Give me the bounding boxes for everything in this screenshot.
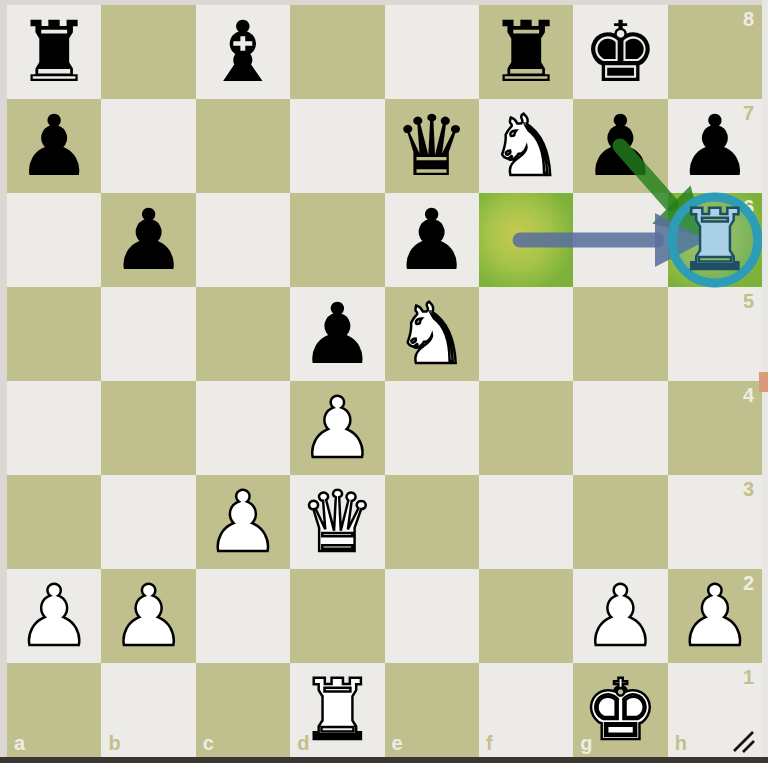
square-g7[interactable]: ♟ — [573, 99, 667, 193]
square-b7[interactable] — [101, 99, 195, 193]
white-pawn[interactable]: ♟ — [677, 574, 752, 658]
black-queen[interactable]: ♛ — [394, 104, 469, 188]
square-e4[interactable] — [385, 381, 479, 475]
square-d3[interactable]: ♛ — [290, 475, 384, 569]
rank-label-7: 7 — [743, 103, 754, 123]
square-g5[interactable] — [573, 287, 667, 381]
square-d8[interactable] — [290, 5, 384, 99]
square-d7[interactable] — [290, 99, 384, 193]
square-b3[interactable] — [101, 475, 195, 569]
square-h7[interactable]: ♟7 — [668, 99, 762, 193]
black-rook[interactable]: ♜ — [17, 10, 92, 94]
square-a7[interactable]: ♟ — [7, 99, 101, 193]
square-f6[interactable] — [479, 193, 573, 287]
square-c2[interactable] — [196, 569, 290, 663]
square-f3[interactable] — [479, 475, 573, 569]
square-a6[interactable] — [7, 193, 101, 287]
square-d4[interactable]: ♟ — [290, 381, 384, 475]
square-a4[interactable] — [7, 381, 101, 475]
black-rook[interactable]: ♜ — [488, 10, 563, 94]
square-c5[interactable] — [196, 287, 290, 381]
black-pawn[interactable]: ♟ — [300, 292, 375, 376]
resize-handle-icon[interactable] — [732, 730, 756, 754]
square-f5[interactable] — [479, 287, 573, 381]
rank-label-4: 4 — [743, 385, 754, 405]
square-g1[interactable]: ♚g — [573, 663, 667, 757]
square-h4[interactable]: 4 — [668, 381, 762, 475]
file-label-h: h — [675, 733, 687, 753]
file-label-b: b — [108, 733, 120, 753]
square-f8[interactable]: ♜ — [479, 5, 573, 99]
rank-label-5: 5 — [743, 291, 754, 311]
rank-label-8: 8 — [743, 9, 754, 29]
square-f1[interactable]: f — [479, 663, 573, 757]
square-c8[interactable]: ♝ — [196, 5, 290, 99]
square-e3[interactable] — [385, 475, 479, 569]
square-g8[interactable]: ♚ — [573, 5, 667, 99]
square-g4[interactable] — [573, 381, 667, 475]
white-queen[interactable]: ♛ — [300, 480, 375, 564]
black-pawn[interactable]: ♟ — [583, 104, 658, 188]
white-knight[interactable]: ♞ — [488, 104, 563, 188]
square-b2[interactable]: ♟ — [101, 569, 195, 663]
square-h8[interactable]: 8 — [668, 5, 762, 99]
square-e1[interactable]: e — [385, 663, 479, 757]
square-c4[interactable] — [196, 381, 290, 475]
white-pawn[interactable]: ♟ — [583, 574, 658, 658]
white-knight[interactable]: ♞ — [394, 292, 469, 376]
file-label-c: c — [203, 733, 214, 753]
square-b8[interactable] — [101, 5, 195, 99]
rank-label-1: 1 — [743, 667, 754, 687]
black-pawn[interactable]: ♟ — [17, 104, 92, 188]
white-pawn[interactable]: ♟ — [17, 574, 92, 658]
rank-label-3: 3 — [743, 479, 754, 499]
square-d5[interactable]: ♟ — [290, 287, 384, 381]
square-c6[interactable] — [196, 193, 290, 287]
square-b4[interactable] — [101, 381, 195, 475]
bottom-bar — [0, 757, 768, 763]
black-pawn[interactable]: ♟ — [677, 104, 752, 188]
scroll-marker[interactable] — [759, 372, 768, 392]
square-a2[interactable]: ♟ — [7, 569, 101, 663]
white-rook-hint[interactable]: ♜ — [677, 198, 752, 282]
file-label-f: f — [486, 733, 493, 753]
square-h6[interactable]: ♜6 — [668, 193, 762, 287]
square-f7[interactable]: ♞ — [479, 99, 573, 193]
square-d2[interactable] — [290, 569, 384, 663]
square-h5[interactable]: 5 — [668, 287, 762, 381]
black-pawn[interactable]: ♟ — [111, 198, 186, 282]
square-a8[interactable]: ♜ — [7, 5, 101, 99]
white-pawn[interactable]: ♟ — [300, 386, 375, 470]
square-e2[interactable] — [385, 569, 479, 663]
square-d1[interactable]: ♜d — [290, 663, 384, 757]
square-g3[interactable] — [573, 475, 667, 569]
white-pawn[interactable]: ♟ — [205, 480, 280, 564]
square-g6[interactable] — [573, 193, 667, 287]
square-d6[interactable] — [290, 193, 384, 287]
square-g2[interactable]: ♟ — [573, 569, 667, 663]
rank-label-2: 2 — [743, 573, 754, 593]
file-label-a: a — [14, 733, 25, 753]
file-label-d: d — [297, 733, 309, 753]
square-b5[interactable] — [101, 287, 195, 381]
square-h3[interactable]: 3 — [668, 475, 762, 569]
white-pawn[interactable]: ♟ — [111, 574, 186, 658]
square-c3[interactable]: ♟ — [196, 475, 290, 569]
square-a3[interactable] — [7, 475, 101, 569]
square-e8[interactable] — [385, 5, 479, 99]
square-a5[interactable] — [7, 287, 101, 381]
chess-board[interactable]: ♜♝♜♚8♟♛♞♟♟7♟♟♜6♟♞5♟4♟♛3♟♟♟♟2abc♜def♚g1h — [7, 5, 762, 757]
square-b6[interactable]: ♟ — [101, 193, 195, 287]
square-f4[interactable] — [479, 381, 573, 475]
square-b1[interactable]: b — [101, 663, 195, 757]
file-label-g: g — [580, 733, 592, 753]
black-pawn[interactable]: ♟ — [394, 198, 469, 282]
square-e7[interactable]: ♛ — [385, 99, 479, 193]
square-f2[interactable] — [479, 569, 573, 663]
square-c7[interactable] — [196, 99, 290, 193]
black-bishop[interactable]: ♝ — [205, 10, 280, 94]
white-king[interactable]: ♚ — [583, 668, 658, 752]
file-label-e: e — [392, 733, 403, 753]
square-a1[interactable]: a — [7, 663, 101, 757]
square-c1[interactable]: c — [196, 663, 290, 757]
white-rook[interactable]: ♜ — [300, 668, 375, 752]
square-e6[interactable]: ♟ — [385, 193, 479, 287]
square-e5[interactable]: ♞ — [385, 287, 479, 381]
square-h2[interactable]: ♟2 — [668, 569, 762, 663]
black-king[interactable]: ♚ — [583, 10, 658, 94]
